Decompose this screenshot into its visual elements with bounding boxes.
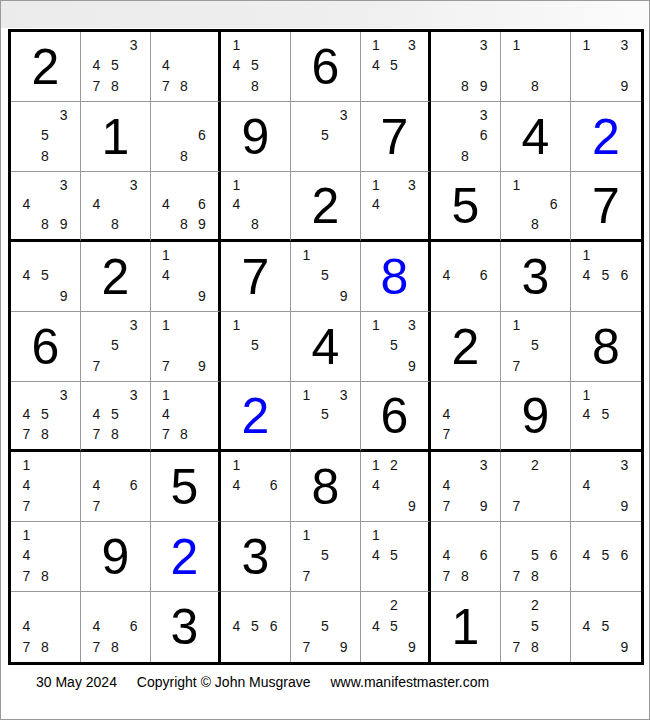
candidate-digit: 4: [87, 405, 106, 425]
pencil-marks: 478: [11, 592, 80, 662]
candidate-digit: 1: [367, 525, 385, 545]
candidate-digit: 4: [577, 616, 596, 637]
candidate-digit: 4: [227, 195, 246, 215]
candidate-digit: 2: [526, 455, 545, 475]
candidate-digit: 5: [246, 335, 265, 355]
candidate-digit: 8: [246, 76, 265, 96]
given-digit: 2: [312, 181, 340, 231]
cell-r3c9[interactable]: 7: [571, 172, 641, 242]
pencil-marks: 34578: [81, 382, 150, 449]
candidate-digit: 4: [87, 55, 106, 75]
candidate-digit: 3: [474, 455, 493, 475]
candidate-digit: 4: [17, 195, 36, 215]
cell-r5c6[interactable]: 1359: [361, 312, 431, 382]
candidate-digit: 4: [367, 545, 385, 565]
pencil-marks: 34578: [11, 382, 80, 449]
candidate-digit: 4: [227, 475, 246, 495]
candidate-digit: 1: [227, 315, 246, 335]
candidate-digit: 5: [106, 335, 125, 355]
candidate-digit: 6: [544, 545, 563, 565]
candidate-digit: 9: [334, 286, 353, 306]
given-digit: 6: [381, 391, 409, 441]
candidate-digit: 8: [36, 146, 55, 166]
pencil-marks: 348: [81, 172, 150, 239]
candidate-digit: 8: [175, 214, 193, 234]
cell-r2c9[interactable]: 2: [571, 102, 641, 172]
candidate-digit: 1: [507, 315, 526, 335]
candidate-digit: 7: [507, 356, 526, 376]
pencil-marks: 4678: [431, 522, 500, 591]
candidate-digit: 8: [36, 214, 55, 234]
pencil-marks: 179: [151, 312, 218, 381]
pencil-marks: 1456: [571, 242, 641, 311]
cell-r8c5[interactable]: 157: [291, 522, 361, 592]
candidate-digit: 5: [106, 55, 125, 75]
pencil-marks: 459: [11, 242, 80, 311]
cell-r7c4[interactable]: 146: [221, 452, 291, 522]
candidate-digit: 7: [87, 636, 106, 657]
cell-r4c8[interactable]: 3: [501, 242, 571, 312]
candidate-digit: 4: [367, 616, 385, 637]
solved-digit: 2: [242, 391, 270, 441]
website-link[interactable]: www.manifestmaster.com: [330, 674, 489, 690]
candidate-digit: 4: [17, 475, 36, 495]
cell-r7c9[interactable]: 349: [571, 452, 641, 522]
given-digit: 9: [522, 391, 550, 441]
given-digit: 7: [242, 252, 270, 302]
cell-r9c5[interactable]: 579: [291, 592, 361, 662]
candidate-digit: 5: [106, 405, 125, 425]
pencil-marks: 148: [221, 172, 290, 239]
candidate-digit: 5: [316, 125, 335, 145]
pencil-marks: 139: [571, 32, 641, 101]
candidate-digit: 8: [175, 76, 193, 96]
candidate-digit: 8: [36, 566, 55, 586]
pencil-marks: 15: [221, 312, 290, 381]
candidate-digit: 4: [437, 265, 456, 285]
given-digit: 5: [452, 181, 480, 231]
cell-r2c4[interactable]: 9: [221, 102, 291, 172]
cell-r1c5[interactable]: 6: [291, 32, 361, 102]
cell-r8c3[interactable]: 2: [151, 522, 221, 592]
cell-r6c2[interactable]: 34578: [81, 382, 151, 452]
candidate-digit: 4: [577, 545, 596, 565]
candidate-digit: 3: [54, 175, 73, 195]
cell-r5c5[interactable]: 4: [291, 312, 361, 382]
cell-r4c9[interactable]: 1456: [571, 242, 641, 312]
candidate-digit: 4: [367, 195, 385, 215]
candidate-digit: 1: [367, 455, 385, 475]
cell-r8c4[interactable]: 3: [221, 522, 291, 592]
given-digit: 6: [32, 322, 60, 372]
cell-r9c3[interactable]: 3: [151, 592, 221, 662]
candidate-digit: 4: [437, 475, 456, 495]
pencil-marks: 2578: [501, 592, 570, 662]
candidate-digit: 5: [596, 545, 615, 565]
candidate-digit: 2: [385, 455, 403, 475]
candidate-digit: 1: [227, 35, 246, 55]
candidate-digit: 3: [54, 385, 73, 405]
solved-digit: 2: [171, 532, 199, 582]
solved-digit: 8: [381, 252, 409, 302]
candidate-digit: 9: [474, 76, 493, 96]
candidate-digit: 7: [297, 636, 316, 657]
pencil-marks: 349: [571, 452, 641, 521]
cell-r1c4[interactable]: 1458: [221, 32, 291, 102]
cell-r2c5[interactable]: 35: [291, 102, 361, 172]
copyright-text: Copyright © John Musgrave: [137, 674, 311, 690]
pencil-marks: 1345: [361, 32, 428, 101]
cell-r7c3[interactable]: 5: [151, 452, 221, 522]
pencil-marks: 46: [431, 242, 500, 311]
pencil-marks: 358: [11, 102, 80, 171]
given-digit: 4: [312, 322, 340, 372]
candidate-digit: 7: [87, 496, 106, 516]
candidate-digit: 4: [577, 405, 596, 425]
candidate-digit: 8: [175, 146, 193, 166]
pencil-marks: 159: [291, 242, 360, 311]
candidate-digit: 5: [316, 405, 335, 425]
cell-r3c8[interactable]: 168: [501, 172, 571, 242]
given-digit: 9: [102, 532, 130, 582]
pencil-marks: 146: [221, 452, 290, 521]
pencil-marks: 145: [571, 382, 641, 449]
candidate-digit: 9: [615, 496, 634, 516]
candidate-digit: 3: [334, 105, 353, 125]
candidate-digit: 9: [615, 76, 634, 96]
pencil-marks: 34578: [81, 32, 150, 101]
cell-r4c3[interactable]: 149: [151, 242, 221, 312]
candidate-digit: 5: [316, 616, 335, 637]
candidate-digit: 5: [385, 335, 403, 355]
pencil-marks: 456: [571, 522, 641, 591]
pencil-marks: 68: [151, 102, 218, 171]
cell-r3c4[interactable]: 148: [221, 172, 291, 242]
candidate-digit: 5: [596, 616, 615, 637]
cell-r6c9[interactable]: 145: [571, 382, 641, 452]
cell-r3c1[interactable]: 3489: [11, 172, 81, 242]
pencil-marks: 168: [501, 172, 570, 239]
cell-r9c6[interactable]: 2459: [361, 592, 431, 662]
cell-r6c3[interactable]: 1478: [151, 382, 221, 452]
cell-r3c6[interactable]: 134: [361, 172, 431, 242]
pencil-marks: 467: [81, 452, 150, 521]
candidate-digit: 5: [526, 616, 545, 637]
candidate-digit: 3: [54, 105, 73, 125]
candidate-digit: 5: [596, 265, 615, 285]
cell-r8c2[interactable]: 9: [81, 522, 151, 592]
cell-r3c5[interactable]: 2: [291, 172, 361, 242]
pencil-marks: 157: [501, 312, 570, 381]
candidate-digit: 7: [87, 424, 106, 444]
cell-r5c9[interactable]: 8: [571, 312, 641, 382]
candidate-digit: 5: [526, 335, 545, 355]
candidate-digit: 6: [193, 195, 211, 215]
cell-r2c3[interactable]: 68: [151, 102, 221, 172]
candidate-digit: 8: [106, 214, 125, 234]
candidate-digit: 4: [17, 616, 36, 637]
candidate-digit: 8: [456, 76, 475, 96]
cell-r9c8[interactable]: 2578: [501, 592, 571, 662]
candidate-digit: 5: [316, 265, 335, 285]
pencil-marks: 18: [501, 32, 570, 101]
given-digit: 1: [102, 112, 130, 162]
cell-r9c9[interactable]: 459: [571, 592, 641, 662]
candidate-digit: 1: [367, 35, 385, 55]
candidate-digit: 1: [367, 175, 385, 195]
candidate-digit: 6: [124, 475, 143, 495]
cell-r6c6[interactable]: 6: [361, 382, 431, 452]
candidate-digit: 4: [87, 616, 106, 637]
pencil-marks: 3479: [431, 452, 500, 521]
cell-r1c6[interactable]: 1345: [361, 32, 431, 102]
candidate-digit: 1: [507, 175, 526, 195]
cell-r4c5[interactable]: 159: [291, 242, 361, 312]
cell-r5c3[interactable]: 179: [151, 312, 221, 382]
candidate-digit: 5: [385, 616, 403, 637]
candidate-digit: 4: [17, 545, 36, 565]
candidate-digit: 9: [615, 636, 634, 657]
candidate-digit: 2: [526, 595, 545, 616]
cell-r4c2[interactable]: 2: [81, 242, 151, 312]
cell-r7c1[interactable]: 147: [11, 452, 81, 522]
candidate-digit: 9: [193, 286, 211, 306]
pencil-marks: 1478: [151, 382, 218, 449]
pencil-marks: 2459: [361, 592, 428, 662]
candidate-digit: 9: [474, 496, 493, 516]
candidate-digit: 9: [193, 214, 211, 234]
cell-r1c8[interactable]: 18: [501, 32, 571, 102]
candidate-digit: 7: [87, 356, 106, 376]
candidate-digit: 7: [507, 636, 526, 657]
given-digit: 7: [381, 112, 409, 162]
candidate-digit: 7: [157, 356, 175, 376]
candidate-digit: 7: [507, 566, 526, 586]
cell-r4c7[interactable]: 46: [431, 242, 501, 312]
candidate-digit: 8: [456, 566, 475, 586]
candidate-digit: 5: [246, 616, 265, 637]
cell-r2c2[interactable]: 1: [81, 102, 151, 172]
candidate-digit: 1: [17, 525, 36, 545]
candidate-digit: 5: [246, 55, 265, 75]
candidate-digit: 9: [403, 496, 421, 516]
footer: 30 May 2024 Copyright © John Musgrave ww…: [36, 674, 505, 690]
cell-r3c2[interactable]: 348: [81, 172, 151, 242]
candidate-digit: 7: [507, 496, 526, 516]
candidate-digit: 8: [106, 76, 125, 96]
given-digit: 2: [102, 252, 130, 302]
candidate-digit: 3: [124, 35, 143, 55]
cell-r2c6[interactable]: 7: [361, 102, 431, 172]
candidate-digit: 4: [157, 265, 175, 285]
candidate-digit: 2: [385, 595, 403, 616]
candidate-digit: 6: [474, 545, 493, 565]
candidate-digit: 3: [403, 175, 421, 195]
candidate-digit: 5: [36, 125, 55, 145]
candidate-digit: 7: [17, 636, 36, 657]
candidate-digit: 4: [367, 475, 385, 495]
cell-r5c7[interactable]: 2: [431, 312, 501, 382]
candidate-digit: 5: [36, 405, 55, 425]
cell-r6c8[interactable]: 9: [501, 382, 571, 452]
candidate-digit: 1: [297, 525, 316, 545]
pencil-marks: 389: [431, 32, 500, 101]
candidate-digit: 6: [615, 545, 634, 565]
pencil-marks: 145: [361, 522, 428, 591]
candidate-digit: 1: [227, 175, 246, 195]
candidate-digit: 8: [456, 146, 475, 166]
cell-r6c5[interactable]: 135: [291, 382, 361, 452]
candidate-digit: 3: [124, 385, 143, 405]
cell-r3c7[interactable]: 5: [431, 172, 501, 242]
pencil-marks: 3489: [11, 172, 80, 239]
cell-r8c6[interactable]: 145: [361, 522, 431, 592]
pencil-marks: 368: [431, 102, 500, 171]
pencil-marks: 4689: [151, 172, 218, 239]
pencil-marks: 47: [431, 382, 500, 449]
cell-r6c4[interactable]: 2: [221, 382, 291, 452]
candidate-digit: 9: [54, 286, 73, 306]
candidate-digit: 4: [577, 475, 596, 495]
cell-r7c2[interactable]: 467: [81, 452, 151, 522]
candidate-digit: 4: [87, 475, 106, 495]
candidate-digit: 7: [17, 566, 36, 586]
cell-r1c3[interactable]: 478: [151, 32, 221, 102]
pencil-marks: 1359: [361, 312, 428, 381]
candidate-digit: 4: [157, 55, 175, 75]
given-digit: 9: [242, 112, 270, 162]
candidate-digit: 8: [526, 76, 545, 96]
cell-r1c7[interactable]: 389: [431, 32, 501, 102]
candidate-digit: 9: [403, 636, 421, 657]
pencil-marks: 1458: [221, 32, 290, 101]
candidate-digit: 7: [437, 566, 456, 586]
cell-r1c2[interactable]: 34578: [81, 32, 151, 102]
candidate-digit: 6: [615, 265, 634, 285]
cell-r9c1[interactable]: 478: [11, 592, 81, 662]
candidate-digit: 8: [106, 424, 125, 444]
candidate-digit: 4: [157, 195, 175, 215]
candidate-digit: 8: [36, 424, 55, 444]
candidate-digit: 7: [17, 424, 36, 444]
candidate-digit: 4: [157, 405, 175, 425]
candidate-digit: 1: [297, 385, 316, 405]
candidate-digit: 8: [175, 424, 193, 444]
candidate-digit: 3: [474, 105, 493, 125]
candidate-digit: 4: [87, 195, 106, 215]
candidate-digit: 4: [227, 55, 246, 75]
given-digit: 5: [171, 462, 199, 512]
candidate-digit: 4: [17, 405, 36, 425]
pencil-marks: 35: [291, 102, 360, 171]
cell-r4c4[interactable]: 7: [221, 242, 291, 312]
cell-r7c8[interactable]: 27: [501, 452, 571, 522]
pencil-marks: 456: [221, 592, 290, 662]
cell-r6c1[interactable]: 34578: [11, 382, 81, 452]
cell-r2c7[interactable]: 368: [431, 102, 501, 172]
solved-digit: 2: [592, 112, 620, 162]
candidate-digit: 6: [544, 195, 563, 215]
candidate-digit: 1: [577, 385, 596, 405]
candidate-digit: 8: [106, 636, 125, 657]
cell-r4c1[interactable]: 459: [11, 242, 81, 312]
cell-r1c9[interactable]: 139: [571, 32, 641, 102]
pencil-marks: 27: [501, 452, 570, 521]
cell-r3c3[interactable]: 4689: [151, 172, 221, 242]
given-digit: 6: [312, 42, 340, 92]
candidate-digit: 3: [615, 455, 634, 475]
candidate-digit: 7: [437, 424, 456, 444]
cell-r9c2[interactable]: 4678: [81, 592, 151, 662]
candidate-digit: 3: [124, 315, 143, 335]
given-digit: 3: [522, 252, 550, 302]
cell-r7c6[interactable]: 1249: [361, 452, 431, 522]
candidate-digit: 1: [577, 35, 596, 55]
cell-r5c8[interactable]: 157: [501, 312, 571, 382]
given-digit: 3: [171, 602, 199, 652]
cell-r5c4[interactable]: 15: [221, 312, 291, 382]
given-digit: 8: [312, 462, 340, 512]
cell-r8c1[interactable]: 1478: [11, 522, 81, 592]
cell-r2c8[interactable]: 4: [501, 102, 571, 172]
candidate-digit: 8: [526, 566, 545, 586]
candidate-digit: 6: [193, 125, 211, 145]
candidate-digit: 4: [227, 616, 246, 637]
cell-r4c6[interactable]: 8: [361, 242, 431, 312]
candidate-digit: 1: [157, 245, 175, 265]
candidate-digit: 3: [474, 35, 493, 55]
pencil-marks: 5678: [501, 522, 570, 591]
pencil-marks: 579: [291, 592, 360, 662]
pencil-marks: 1249: [361, 452, 428, 521]
candidate-digit: 1: [367, 315, 385, 335]
sudoku-board: 2345784781458613453891813935816893573684…: [8, 29, 644, 665]
candidate-digit: 5: [385, 545, 403, 565]
cell-r1c1[interactable]: 2: [11, 32, 81, 102]
puzzle-date: 30 May 2024: [36, 674, 117, 690]
pencil-marks: 357: [81, 312, 150, 381]
cell-r5c1[interactable]: 6: [11, 312, 81, 382]
cell-r7c5[interactable]: 8: [291, 452, 361, 522]
candidate-digit: 8: [36, 636, 55, 657]
candidate-digit: 6: [474, 125, 493, 145]
candidate-digit: 1: [157, 385, 175, 405]
candidate-digit: 8: [526, 636, 545, 657]
cell-r8c9[interactable]: 456: [571, 522, 641, 592]
cell-r5c2[interactable]: 357: [81, 312, 151, 382]
cell-r2c1[interactable]: 358: [11, 102, 81, 172]
candidate-digit: 4: [437, 405, 456, 425]
cell-r7c7[interactable]: 3479: [431, 452, 501, 522]
candidate-digit: 7: [297, 566, 316, 586]
candidate-digit: 4: [577, 265, 596, 285]
cell-r8c7[interactable]: 4678: [431, 522, 501, 592]
candidate-digit: 3: [403, 35, 421, 55]
candidate-digit: 7: [437, 496, 456, 516]
candidate-digit: 9: [403, 356, 421, 376]
pencil-marks: 157: [291, 522, 360, 591]
candidate-digit: 3: [615, 35, 634, 55]
candidate-digit: 3: [334, 385, 353, 405]
cell-r9c7[interactable]: 1: [431, 592, 501, 662]
cell-r9c4[interactable]: 456: [221, 592, 291, 662]
candidate-digit: 7: [17, 496, 36, 516]
candidate-digit: 1: [577, 245, 596, 265]
window-top-band: [1, 1, 649, 28]
cell-r6c7[interactable]: 47: [431, 382, 501, 452]
given-digit: 4: [522, 112, 550, 162]
cell-r8c8[interactable]: 5678: [501, 522, 571, 592]
